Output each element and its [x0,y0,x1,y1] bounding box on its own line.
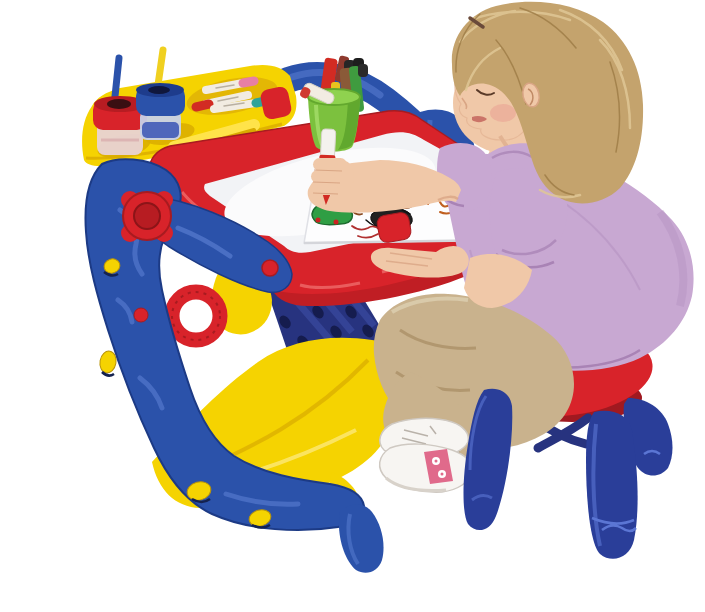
arm-red-peg [262,260,278,276]
adjustment-dial [121,191,173,242]
product-photo [0,0,705,612]
red-peg [134,308,148,322]
paper-clip-tab [376,211,412,243]
sneakers [380,418,472,492]
cheek-blush [490,104,516,122]
gripping-fingers [311,158,354,195]
